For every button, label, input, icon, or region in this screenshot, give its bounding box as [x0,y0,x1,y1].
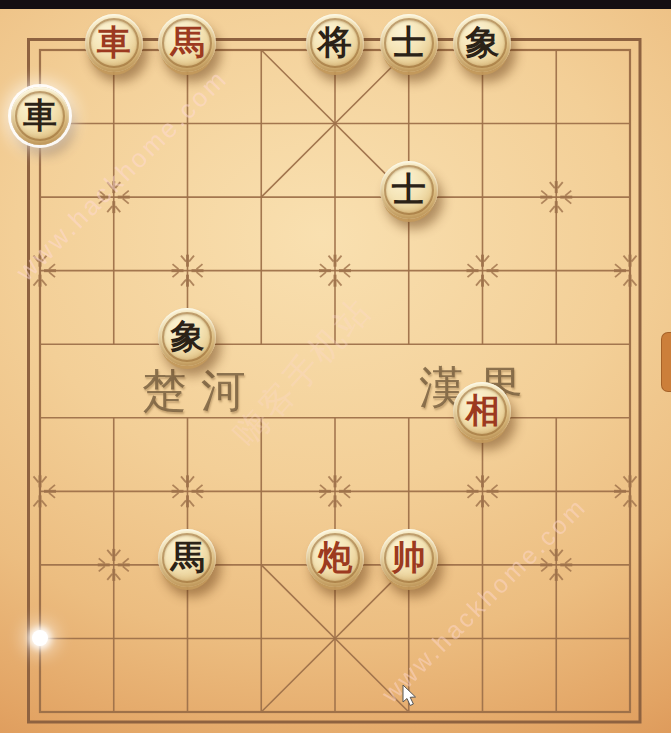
piece-glyph: 将 [318,26,352,60]
piece-black-chariot[interactable]: 車 [11,87,69,145]
board-point-5-7[interactable]: 帅 [372,528,446,602]
board-point-2-7[interactable]: 馬 [151,528,225,602]
piece-glyph: 馬 [170,541,204,575]
piece-black-elephant-1[interactable]: 象 [453,14,511,72]
piece-glyph: 車 [97,26,131,60]
piece-red-general[interactable]: 帅 [380,529,438,587]
piece-black-elephant-2[interactable]: 象 [158,308,216,366]
board-point-1-0[interactable]: 車 [77,13,151,87]
board-point-6-0[interactable]: 象 [446,13,520,87]
board-point-4-0[interactable]: 将 [298,13,372,87]
board-point-0-1[interactable]: 車 [3,87,77,161]
piece-red-cannon[interactable]: 炮 [306,529,364,587]
piece-glyph: 象 [170,320,204,354]
piece-glyph: 馬 [170,26,204,60]
piece-glyph: 象 [465,26,499,60]
board-point-5-2[interactable]: 士 [372,160,446,234]
move-target-dot[interactable] [32,630,48,646]
piece-glyph: 相 [465,394,499,428]
board-point-4-7[interactable]: 炮 [298,528,372,602]
board-point-6-5[interactable]: 相 [446,381,520,455]
piece-red-chariot[interactable]: 車 [85,14,143,72]
xiangqi-board[interactable]: 車馬将士象車士象相馬炮帅 [3,13,667,733]
piece-glyph: 車 [23,99,57,133]
piece-glyph: 士 [392,26,426,60]
board-point-5-0[interactable]: 士 [372,13,446,87]
piece-black-horse[interactable]: 馬 [158,529,216,587]
piece-black-general[interactable]: 将 [306,14,364,72]
piece-glyph: 帅 [392,541,426,575]
piece-black-advisor-1[interactable]: 士 [380,14,438,72]
move-target-point[interactable] [3,601,77,675]
piece-glyph: 士 [392,173,426,207]
top-black-bar [0,0,671,9]
piece-red-elephant[interactable]: 相 [453,382,511,440]
piece-glyph: 炮 [318,541,352,575]
board-point-2-0[interactable]: 馬 [151,13,225,87]
right-edge-tab[interactable] [661,332,671,392]
piece-black-advisor-2[interactable]: 士 [380,161,438,219]
piece-red-horse[interactable]: 馬 [158,14,216,72]
board-point-2-4[interactable]: 象 [151,307,225,381]
mouse-cursor [402,684,418,708]
